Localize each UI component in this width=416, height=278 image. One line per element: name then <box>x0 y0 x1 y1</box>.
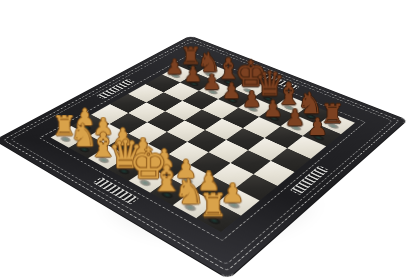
photo-canvas: ♜♞♝♚♛♝♞♜♟♟♟♟♟♟♟♟♟♟♟♟♟♟♟♟♜♞♝♛♚♝♞♜ Black l… <box>0 0 416 278</box>
black-pawn-h7[interactable]: ♟ <box>304 117 331 139</box>
square-h1[interactable]: ♜ <box>196 203 240 232</box>
square-d4[interactable] <box>167 120 205 141</box>
square-d5[interactable] <box>185 110 222 130</box>
square-b5[interactable] <box>146 92 182 111</box>
white-rook-h1[interactable]: ♜ <box>197 192 229 221</box>
leather-mat: ♜♞♝♚♛♝♞♜♟♟♟♟♟♟♟♟♟♟♟♟♟♟♟♟♜♞♝♛♚♝♞♜ <box>0 36 407 278</box>
square-h6[interactable] <box>287 136 326 159</box>
